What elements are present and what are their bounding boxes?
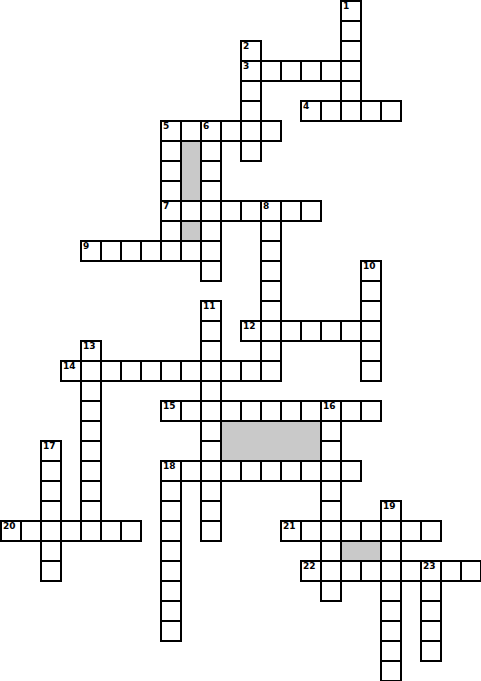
cell-r18-c10[interactable] [200,360,222,382]
cell-r10-c10[interactable] [200,200,222,222]
cell-r21-c10[interactable] [200,420,222,442]
cell-r0-c17[interactable] [340,0,362,22]
cell-r18-c11[interactable] [220,360,242,382]
cell-r28-c22[interactable] [440,560,462,582]
cell-r23-c15[interactable] [300,460,322,482]
cell-r2-c17[interactable] [340,40,362,62]
cell-r12-c4[interactable] [80,240,102,262]
cell-r10-c14[interactable] [280,200,302,222]
cell-r24-c8[interactable] [160,480,182,502]
cell-r29-c21[interactable] [420,580,442,602]
cell-r20-c13[interactable] [260,400,282,422]
cell-r22-c4[interactable] [80,440,102,462]
cell-r3-c16[interactable] [320,60,342,82]
cell-r16-c18[interactable] [360,320,382,342]
cell-r21-c4[interactable] [80,420,102,442]
cell-r26-c18[interactable] [360,520,382,542]
cell-r10-c13[interactable] [260,200,282,222]
cell-r17-c18[interactable] [360,340,382,362]
cell-r13-c10[interactable] [200,260,222,282]
cell-r17-c10[interactable] [200,340,222,362]
cell-r11-c8[interactable] [160,220,182,242]
cell-r16-c14[interactable] [280,320,302,342]
cell-r25-c19[interactable] [380,500,402,522]
cell-r12-c13[interactable] [260,240,282,262]
cell-r26-c19[interactable] [380,520,402,542]
cell-r16-c10[interactable] [200,320,222,342]
cell-r6-c11[interactable] [220,120,242,142]
cell-r23-c10[interactable] [200,460,222,482]
cell-r18-c13[interactable] [260,360,282,382]
cell-r16-c16[interactable] [320,320,342,342]
cell-r28-c8[interactable] [160,560,182,582]
cell-r12-c7[interactable] [140,240,162,262]
cell-r10-c8[interactable] [160,200,182,222]
cell-r30-c19[interactable] [380,600,402,622]
cell-r25-c8[interactable] [160,500,182,522]
cell-r30-c8[interactable] [160,600,182,622]
cell-r15-c13[interactable] [260,300,282,322]
cell-r9-c10[interactable] [200,180,222,202]
cell-r6-c9[interactable] [180,120,202,142]
cell-r19-c10[interactable] [200,380,222,402]
cell-r20-c14[interactable] [280,400,302,422]
cell-r23-c14[interactable] [280,460,302,482]
cell-r26-c20[interactable] [400,520,422,542]
cell-r18-c9[interactable] [180,360,202,382]
cell-r5-c19[interactable] [380,100,402,122]
cell-r12-c5[interactable] [100,240,122,262]
cell-r26-c14[interactable] [280,520,302,542]
cell-r7-c8[interactable] [160,140,182,162]
cell-r16-c12[interactable] [240,320,262,342]
cell-r20-c16[interactable] [320,400,342,422]
cell-r13-c18[interactable] [360,260,382,282]
cell-r3-c15[interactable] [300,60,322,82]
cell-r10-c11[interactable] [220,200,242,222]
cell-r26-c15[interactable] [300,520,322,542]
cell-r17-c13[interactable] [260,340,282,362]
cell-r26-c0[interactable] [0,520,22,542]
cell-r18-c18[interactable] [360,360,382,382]
cell-r3-c12[interactable] [240,60,262,82]
cell-r10-c15[interactable] [300,200,322,222]
cell-r32-c21[interactable] [420,640,442,662]
cell-r18-c7[interactable] [140,360,162,382]
cell-r29-c8[interactable] [160,580,182,602]
cell-r23-c17[interactable] [340,460,362,482]
cell-r8-c8[interactable] [160,160,182,182]
crossword-board: 1234567891011121314151617181920212223 [0,0,481,681]
cell-r5-c12[interactable] [240,100,262,122]
cell-r20-c8[interactable] [160,400,182,422]
cell-r24-c2[interactable] [40,480,62,502]
cell-r20-c10[interactable] [200,400,222,422]
cell-r23-c12[interactable] [240,460,262,482]
cell-r11-c13[interactable] [260,220,282,242]
cell-r31-c21[interactable] [420,620,442,642]
cell-r12-c9[interactable] [180,240,202,262]
cell-r28-c19[interactable] [380,560,402,582]
cell-r1-c17[interactable] [340,20,362,42]
cell-r4-c17[interactable] [340,80,362,102]
cell-r14-c18[interactable] [360,280,382,302]
cell-r28-c15[interactable] [300,560,322,582]
cell-r20-c17[interactable] [340,400,362,422]
cell-r32-c19[interactable] [380,640,402,662]
cell-r24-c4[interactable] [80,480,102,502]
cell-r23-c13[interactable] [260,460,282,482]
cell-r26-c3[interactable] [60,520,82,542]
cell-r16-c17[interactable] [340,320,362,342]
cell-r25-c10[interactable] [200,500,222,522]
cell-r5-c15[interactable] [300,100,322,122]
cell-r26-c6[interactable] [120,520,142,542]
cell-r28-c18[interactable] [360,560,382,582]
cell-r27-c19[interactable] [380,540,402,562]
cell-r18-c8[interactable] [160,360,182,382]
shaded-block-3 [340,540,382,562]
cell-r26-c5[interactable] [100,520,122,542]
cell-r12-c8[interactable] [160,240,182,262]
cell-r26-c17[interactable] [340,520,362,542]
cell-r26-c4[interactable] [80,520,102,542]
cell-r31-c8[interactable] [160,620,182,642]
cell-r28-c23[interactable] [460,560,481,582]
cell-r18-c5[interactable] [100,360,122,382]
cell-r20-c15[interactable] [300,400,322,422]
cell-r19-c4[interactable] [80,380,102,402]
cell-r29-c16[interactable] [320,580,342,602]
cell-r20-c18[interactable] [360,400,382,422]
cell-r18-c12[interactable] [240,360,262,382]
cell-r25-c2[interactable] [40,500,62,522]
cell-r18-c4[interactable] [80,360,102,382]
cell-r17-c4[interactable] [80,340,102,362]
cell-r28-c17[interactable] [340,560,362,582]
cell-r13-c13[interactable] [260,260,282,282]
cell-r33-c19[interactable] [380,660,402,681]
cell-r16-c13[interactable] [260,320,282,342]
cell-r2-c12[interactable] [240,40,262,62]
cell-r15-c18[interactable] [360,300,382,322]
cell-r26-c10[interactable] [200,520,222,542]
cell-r6-c10[interactable] [200,120,222,142]
cell-r27-c8[interactable] [160,540,182,562]
cell-r5-c16[interactable] [320,100,342,122]
shaded-block-0 [180,140,202,202]
cell-r28-c21[interactable] [420,560,442,582]
cell-r22-c2[interactable] [40,440,62,462]
cell-r25-c16[interactable] [320,500,342,522]
cell-r26-c1[interactable] [20,520,42,542]
cell-r23-c16[interactable] [320,460,342,482]
cell-r23-c11[interactable] [220,460,242,482]
cell-r22-c10[interactable] [200,440,222,462]
cell-r4-c12[interactable] [240,80,262,102]
cell-r7-c10[interactable] [200,140,222,162]
cell-r30-c21[interactable] [420,600,442,622]
cell-r14-c13[interactable] [260,280,282,302]
cell-r6-c8[interactable] [160,120,182,142]
cell-r20-c4[interactable] [80,400,102,422]
cell-r10-c9[interactable] [180,200,202,222]
cell-r28-c16[interactable] [320,560,342,582]
cell-r20-c9[interactable] [180,400,202,422]
cell-r29-c19[interactable] [380,580,402,602]
cell-r3-c13[interactable] [260,60,282,82]
cell-r25-c4[interactable] [80,500,102,522]
cell-r21-c16[interactable] [320,420,342,442]
cell-r23-c8[interactable] [160,460,182,482]
cell-r28-c20[interactable] [400,560,422,582]
cell-r23-c9[interactable] [180,460,202,482]
cell-r15-c10[interactable] [200,300,222,322]
cell-r9-c8[interactable] [160,180,182,202]
cell-r3-c17[interactable] [340,60,362,82]
cell-r5-c18[interactable] [360,100,382,122]
cell-r31-c19[interactable] [380,620,402,642]
cell-r27-c2[interactable] [40,540,62,562]
cell-r11-c10[interactable] [200,220,222,242]
cell-r12-c6[interactable] [120,240,142,262]
cell-r24-c10[interactable] [200,480,222,502]
shaded-block-2 [220,420,322,462]
cell-r18-c6[interactable] [120,360,142,382]
cell-r22-c16[interactable] [320,440,342,462]
cell-r20-c11[interactable] [220,400,242,422]
cell-r6-c12[interactable] [240,120,262,142]
cell-r26-c2[interactable] [40,520,62,542]
cell-r10-c12[interactable] [240,200,262,222]
cell-r24-c16[interactable] [320,480,342,502]
cell-r26-c21[interactable] [420,520,442,542]
cell-r23-c2[interactable] [40,460,62,482]
cell-r23-c4[interactable] [80,460,102,482]
cell-r7-c12[interactable] [240,140,262,162]
cell-r18-c3[interactable] [60,360,82,382]
cell-r20-c12[interactable] [240,400,262,422]
shaded-block-1 [180,220,202,242]
cell-r8-c10[interactable] [200,160,222,182]
cell-r5-c17[interactable] [340,100,362,122]
cell-r3-c14[interactable] [280,60,302,82]
cell-r16-c15[interactable] [300,320,322,342]
cell-r27-c16[interactable] [320,540,342,562]
cell-r12-c10[interactable] [200,240,222,262]
cell-r26-c16[interactable] [320,520,342,542]
cell-r6-c13[interactable] [260,120,282,142]
cell-r28-c2[interactable] [40,560,62,582]
cell-r26-c8[interactable] [160,520,182,542]
